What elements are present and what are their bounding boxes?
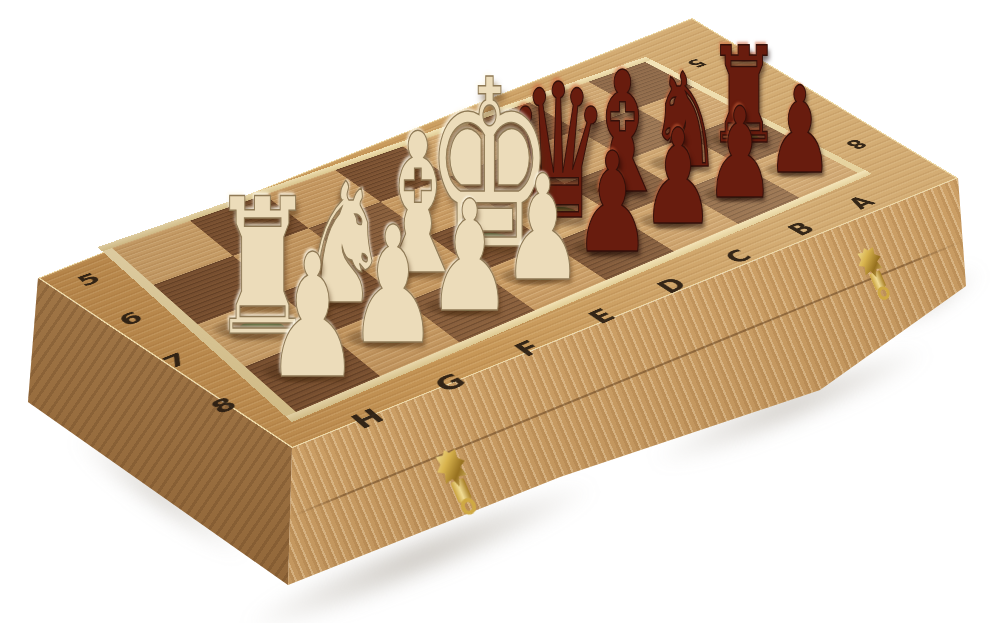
chess-box-photo: HGFEDCBA56785678 ♟♟♟♟♟♟♟♟♜♞♝♛♚♝♞♜	[0, 0, 1000, 623]
